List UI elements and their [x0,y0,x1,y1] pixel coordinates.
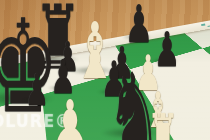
white-pawn-2-piece[interactable]: ♟ [49,90,90,140]
pieces-layer: ♜♟♟♟♝♟♟♟♟♚♟♝♞♟♜ [0,0,210,140]
black-pawn-6-piece[interactable]: ♟ [125,0,154,37]
white-rook-piece[interactable]: ♜ [147,106,180,140]
chessboard-photo: ♜♟♟♟♝♟♟♟♟♚♟♝♞♟♜ PHOTOLURE® [0,0,210,140]
black-pawn-3-piece[interactable]: ♟ [25,68,49,101]
